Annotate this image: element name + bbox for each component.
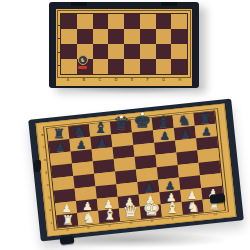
box-file-label: H — [178, 78, 181, 82]
box-square-r4c5 — [124, 59, 140, 74]
board-surface: ♜♞♝♛♚♝♞♜♟♟♟♟♟♟♟♟♟♟♟♟♟♟♟♟♜♞♝♛♚♝♞♜ ABCDEFG… — [36, 103, 237, 236]
tick-mark — [58, 52, 61, 53]
latch-icon — [34, 159, 41, 171]
file-label: E — [151, 220, 154, 223]
brand-logo: ♞ — [76, 55, 89, 69]
box-file-label: B — [83, 78, 86, 82]
file-label: H — [214, 213, 217, 216]
box-file-letters: ABCDEFGH — [60, 75, 188, 84]
box-square-r2c2 — [77, 29, 93, 44]
box-square-r4c6 — [140, 59, 156, 74]
piece-black-bishop-c8: ♝ — [90, 121, 112, 136]
tick-mark — [58, 38, 61, 39]
latch-icon — [210, 193, 226, 204]
square-f1: ♝ — [161, 202, 183, 217]
box-square-r3c8 — [171, 44, 187, 59]
box-square-r2c6 — [140, 29, 156, 44]
folded-board-box: ABCDEFGH ♞ — [49, 2, 199, 88]
rank-label: 2 — [49, 209, 52, 212]
box-square-r3c5 — [124, 44, 140, 59]
box-square-r3c7 — [156, 44, 172, 59]
rank-label: 4 — [46, 184, 49, 187]
file-label: D — [129, 222, 132, 225]
piece-white-knight-g1: ♞ — [182, 200, 204, 214]
board-tilt-wrapper: ♜♞♝♛♚♝♞♜♟♟♟♟♟♟♟♟♟♟♟♟♟♟♟♟♜♞♝♛♚♝♞♜ ABCDEFG… — [28, 98, 244, 241]
piece-white-rook-a1: ♜ — [57, 214, 79, 227]
piece-black-queen-d8: ♛ — [110, 114, 132, 131]
open-board: ♜♞♝♛♚♝♞♜♟♟♟♟♟♟♟♟♟♟♟♟♟♟♟♟♜♞♝♛♚♝♞♜ ABCDEFG… — [26, 86, 250, 250]
rank-label: 5 — [45, 171, 48, 174]
box-square-r4c7 — [156, 59, 172, 74]
hinge-icon — [71, 2, 87, 6]
rank-label: 6 — [44, 159, 47, 162]
box-square-r2c1 — [61, 29, 77, 44]
box-rank-ticks — [58, 19, 61, 72]
rank-label: 1 — [50, 221, 53, 224]
box-face: ABCDEFGH ♞ — [56, 9, 192, 86]
box-square-r3c1 — [61, 44, 77, 59]
box-square-r1c5 — [124, 14, 140, 29]
file-label: B — [87, 227, 90, 230]
hinge-icon — [161, 2, 177, 6]
square-d1: ♛ — [119, 207, 141, 222]
box-square-r1c7 — [156, 14, 172, 29]
piece-white-bishop-f1: ♝ — [161, 201, 183, 216]
box-file-label: G — [162, 78, 165, 82]
box-square-r2c7 — [156, 29, 172, 44]
box-square-r3c3 — [93, 44, 109, 59]
piece-black-bishop-f8: ♝ — [152, 114, 174, 129]
box-square-r1c2 — [77, 14, 93, 29]
logo-knight-icon: ♞ — [80, 57, 85, 63]
rank-label: 3 — [48, 196, 51, 199]
brand-logo-red-text — [78, 66, 87, 69]
square-a1: ♜ — [56, 213, 78, 228]
piece-white-knight-b1: ♞ — [78, 211, 100, 225]
box-file-label: E — [131, 78, 134, 82]
box-square-r2c3 — [93, 29, 109, 44]
box-square-r1c8 — [171, 14, 187, 29]
box-square-r2c4 — [108, 29, 124, 44]
box-file-label: D — [115, 78, 118, 82]
box-square-r1c6 — [140, 14, 156, 29]
box-square-r2c8 — [171, 29, 187, 44]
file-label: A — [66, 229, 69, 232]
piece-black-king-e8: ♚ — [131, 111, 153, 130]
rank-label: 7 — [42, 146, 45, 149]
box-square-r2c5 — [124, 29, 140, 44]
box-square-r3c6 — [140, 44, 156, 59]
box-square-r1c1 — [61, 14, 77, 29]
latch-icon — [60, 235, 75, 245]
product-photo-scene: ABCDEFGH ♞ ♜♞♝♛♚♝♞♜♟♟♟♟♟♟♟♟♟♟♟♟♟♟♟♟♜♞♝♛♚… — [0, 0, 250, 250]
square-c1: ♝ — [98, 209, 120, 224]
chess-board-grid: ♜♞♝♛♚♝♞♜♟♟♟♟♟♟♟♟♟♟♟♟♟♟♟♟♜♞♝♛♚♝♞♜ — [46, 110, 226, 228]
box-square-r4c1 — [61, 59, 77, 74]
box-square-r4c3 — [93, 59, 109, 74]
square-b1: ♞ — [77, 211, 99, 226]
box-square-r1c4 — [108, 14, 124, 29]
tick-mark — [58, 25, 61, 26]
box-square-r1c3 — [93, 14, 109, 29]
board-frame: ♜♞♝♛♚♝♞♜♟♟♟♟♟♟♟♟♟♟♟♟♟♟♟♟♜♞♝♛♚♝♞♜ ABCDEFG… — [28, 98, 244, 241]
square-e1: ♚ — [140, 204, 162, 219]
box-square-r4c8 — [171, 59, 187, 74]
box-square-r3c4 — [108, 44, 124, 59]
box-square-r4c4 — [108, 59, 124, 74]
box-file-label: A — [67, 78, 70, 82]
box-file-label: F — [147, 78, 149, 82]
piece-white-bishop-c1: ♝ — [99, 207, 121, 222]
square-g1: ♞ — [182, 200, 204, 215]
tick-mark — [58, 65, 61, 66]
rank-label: 8 — [41, 134, 44, 137]
brand-logo-circle: ♞ — [78, 55, 88, 65]
file-label: F — [172, 218, 175, 221]
file-label: C — [108, 225, 111, 228]
box-file-label: C — [99, 78, 102, 82]
file-label: G — [192, 216, 195, 219]
